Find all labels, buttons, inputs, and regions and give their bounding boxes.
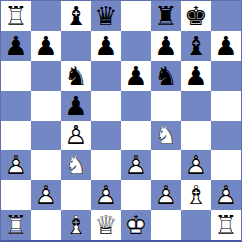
- square-d5[interactable]: [91, 91, 121, 121]
- square-g6[interactable]: ♟: [181, 61, 211, 91]
- square-d4[interactable]: [91, 121, 121, 151]
- square-c3[interactable]: ♞♘: [61, 150, 91, 180]
- square-f8[interactable]: ♜: [151, 1, 181, 31]
- square-g1[interactable]: [181, 210, 211, 240]
- black-knight-piece[interactable]: ♞: [151, 61, 181, 91]
- black-knight-piece[interactable]: ♞: [61, 61, 91, 91]
- black-king-piece[interactable]: ♚: [181, 1, 211, 31]
- square-h4[interactable]: [211, 121, 241, 151]
- square-b5[interactable]: [31, 91, 61, 121]
- white-piece-outline: ♙: [61, 121, 91, 151]
- white-piece-outline: ♕: [91, 210, 121, 240]
- white-piece-outline: ♔: [121, 210, 151, 240]
- chessboard: ♜♖♝♛♜♚♟♟♟♟♝♟♞♟♞♟♟♟♙♞♘♟♙♞♘♟♙♟♙♟♙♟♙♟♙♝♗♟♙♜…: [0, 0, 242, 242]
- white-knight-piece[interactable]: ♞♘: [61, 150, 91, 180]
- white-pawn-piece[interactable]: ♟♙: [31, 180, 61, 210]
- chessboard-container: ♜♖♝♛♜♚♟♟♟♟♝♟♞♟♞♟♟♟♙♞♘♟♙♞♘♟♙♟♙♟♙♟♙♟♙♝♗♟♙♜…: [0, 0, 242, 242]
- white-pawn-piece[interactable]: ♟♙: [181, 150, 211, 180]
- square-f2[interactable]: ♟♙: [151, 180, 181, 210]
- square-h2[interactable]: ♟♙: [211, 180, 241, 210]
- square-b1[interactable]: [31, 210, 61, 240]
- square-b4[interactable]: [31, 121, 61, 151]
- white-piece-outline: ♙: [1, 150, 31, 180]
- square-f4[interactable]: ♞♘: [151, 121, 181, 151]
- square-h1[interactable]: ♜♖: [211, 210, 241, 240]
- black-pawn-piece[interactable]: ♟: [151, 31, 181, 61]
- white-piece-outline: ♙: [121, 150, 151, 180]
- square-c1[interactable]: ♝♗: [61, 210, 91, 240]
- white-pawn-piece[interactable]: ♟♙: [211, 180, 241, 210]
- white-rook-piece[interactable]: ♜♖: [1, 1, 31, 31]
- square-a8[interactable]: ♜♖: [1, 1, 31, 31]
- square-e1[interactable]: ♚♔: [121, 210, 151, 240]
- square-b8[interactable]: [31, 1, 61, 31]
- white-rook-piece[interactable]: ♜♖: [211, 210, 241, 240]
- white-bishop-piece[interactable]: ♝♗: [61, 210, 91, 240]
- white-knight-piece[interactable]: ♞♘: [151, 121, 181, 151]
- white-pawn-piece[interactable]: ♟♙: [61, 121, 91, 151]
- white-queen-piece[interactable]: ♛♕: [91, 210, 121, 240]
- white-piece-outline: ♗: [181, 180, 211, 210]
- square-d1[interactable]: ♛♕: [91, 210, 121, 240]
- square-e8[interactable]: [121, 1, 151, 31]
- square-h3[interactable]: [211, 150, 241, 180]
- square-h8[interactable]: [211, 1, 241, 31]
- black-pawn-piece[interactable]: ♟: [211, 31, 241, 61]
- white-rook-piece[interactable]: ♜♖: [1, 210, 31, 240]
- square-e4[interactable]: [121, 121, 151, 151]
- square-f1[interactable]: [151, 210, 181, 240]
- square-b2[interactable]: ♟♙: [31, 180, 61, 210]
- square-b7[interactable]: ♟: [31, 31, 61, 61]
- square-b6[interactable]: [31, 61, 61, 91]
- white-pawn-piece[interactable]: ♟♙: [151, 180, 181, 210]
- white-pawn-piece[interactable]: ♟♙: [91, 180, 121, 210]
- square-c6[interactable]: ♞: [61, 61, 91, 91]
- square-g4[interactable]: [181, 121, 211, 151]
- square-f3[interactable]: [151, 150, 181, 180]
- square-e3[interactable]: ♟♙: [121, 150, 151, 180]
- white-piece-outline: ♙: [181, 150, 211, 180]
- white-piece-outline: ♘: [151, 121, 181, 151]
- square-b3[interactable]: [31, 150, 61, 180]
- white-pawn-piece[interactable]: ♟♙: [121, 150, 151, 180]
- black-rook-piece[interactable]: ♜: [151, 1, 181, 31]
- white-piece-outline: ♙: [91, 180, 121, 210]
- square-a5[interactable]: [1, 91, 31, 121]
- black-bishop-piece[interactable]: ♝: [181, 31, 211, 61]
- square-a2[interactable]: [1, 180, 31, 210]
- white-piece-outline: ♖: [211, 210, 241, 240]
- black-pawn-piece[interactable]: ♟: [31, 31, 61, 61]
- white-piece-outline: ♙: [211, 180, 241, 210]
- square-g3[interactable]: ♟♙: [181, 150, 211, 180]
- square-d6[interactable]: [91, 61, 121, 91]
- square-a3[interactable]: ♟♙: [1, 150, 31, 180]
- square-a1[interactable]: ♜♖: [1, 210, 31, 240]
- square-f6[interactable]: ♞: [151, 61, 181, 91]
- black-pawn-piece[interactable]: ♟: [121, 61, 151, 91]
- black-queen-piece[interactable]: ♛: [91, 1, 121, 31]
- square-e5[interactable]: [121, 91, 151, 121]
- black-pawn-piece[interactable]: ♟: [61, 91, 91, 121]
- black-bishop-piece[interactable]: ♝: [61, 1, 91, 31]
- square-f5[interactable]: [151, 91, 181, 121]
- square-c2[interactable]: [61, 180, 91, 210]
- square-a4[interactable]: [1, 121, 31, 151]
- white-bishop-piece[interactable]: ♝♗: [181, 180, 211, 210]
- square-c5[interactable]: ♟: [61, 91, 91, 121]
- square-e6[interactable]: ♟: [121, 61, 151, 91]
- square-g7[interactable]: ♝: [181, 31, 211, 61]
- square-c8[interactable]: ♝: [61, 1, 91, 31]
- square-d7[interactable]: ♟: [91, 31, 121, 61]
- black-pawn-piece[interactable]: ♟: [1, 31, 31, 61]
- square-d2[interactable]: ♟♙: [91, 180, 121, 210]
- white-piece-outline: ♘: [61, 150, 91, 180]
- square-e7[interactable]: [121, 31, 151, 61]
- square-a6[interactable]: [1, 61, 31, 91]
- black-pawn-piece[interactable]: ♟: [91, 31, 121, 61]
- square-e2[interactable]: [121, 180, 151, 210]
- white-king-piece[interactable]: ♚♔: [121, 210, 151, 240]
- square-h6[interactable]: [211, 61, 241, 91]
- square-c4[interactable]: ♟♙: [61, 121, 91, 151]
- white-piece-outline: ♗: [61, 210, 91, 240]
- black-pawn-piece[interactable]: ♟: [181, 61, 211, 91]
- white-piece-outline: ♖: [1, 1, 31, 31]
- square-d8[interactable]: ♛: [91, 1, 121, 31]
- white-pawn-piece[interactable]: ♟♙: [1, 150, 31, 180]
- white-piece-outline: ♙: [151, 180, 181, 210]
- white-piece-outline: ♙: [31, 180, 61, 210]
- square-d3[interactable]: [91, 150, 121, 180]
- square-f7[interactable]: ♟: [151, 31, 181, 61]
- square-g5[interactable]: [181, 91, 211, 121]
- white-piece-outline: ♖: [1, 210, 31, 240]
- square-c7[interactable]: [61, 31, 91, 61]
- square-h5[interactable]: [211, 91, 241, 121]
- square-h7[interactable]: ♟: [211, 31, 241, 61]
- square-g2[interactable]: ♝♗: [181, 180, 211, 210]
- square-a7[interactable]: ♟: [1, 31, 31, 61]
- square-g8[interactable]: ♚: [181, 1, 211, 31]
